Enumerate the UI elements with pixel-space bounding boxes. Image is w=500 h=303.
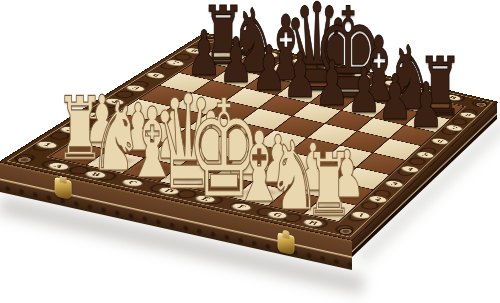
chess-set-photo: AABBCCDDEEFFGGHH1122334455667788 ♜♞♝♛♚♝♞…: [0, 0, 500, 303]
piece-black-pawn-f7[interactable]: ♟: [346, 60, 381, 122]
piece-black-pawn-g7[interactable]: ♟: [378, 67, 413, 129]
piece-black-pawn-d7[interactable]: ♟: [283, 45, 318, 107]
piece-black-pawn-e7[interactable]: ♟: [315, 52, 350, 114]
piece-black-pawn-h7[interactable]: ♟: [409, 74, 444, 136]
piece-white-rook-h1[interactable]: ♜: [305, 142, 353, 229]
pieces-layer: ♜♞♝♛♚♝♞♜♟♟♟♟♟♟♟♟♟♟♟♟♟♟♟♟♜♞♝♛♚♝♞♜: [0, 0, 500, 303]
